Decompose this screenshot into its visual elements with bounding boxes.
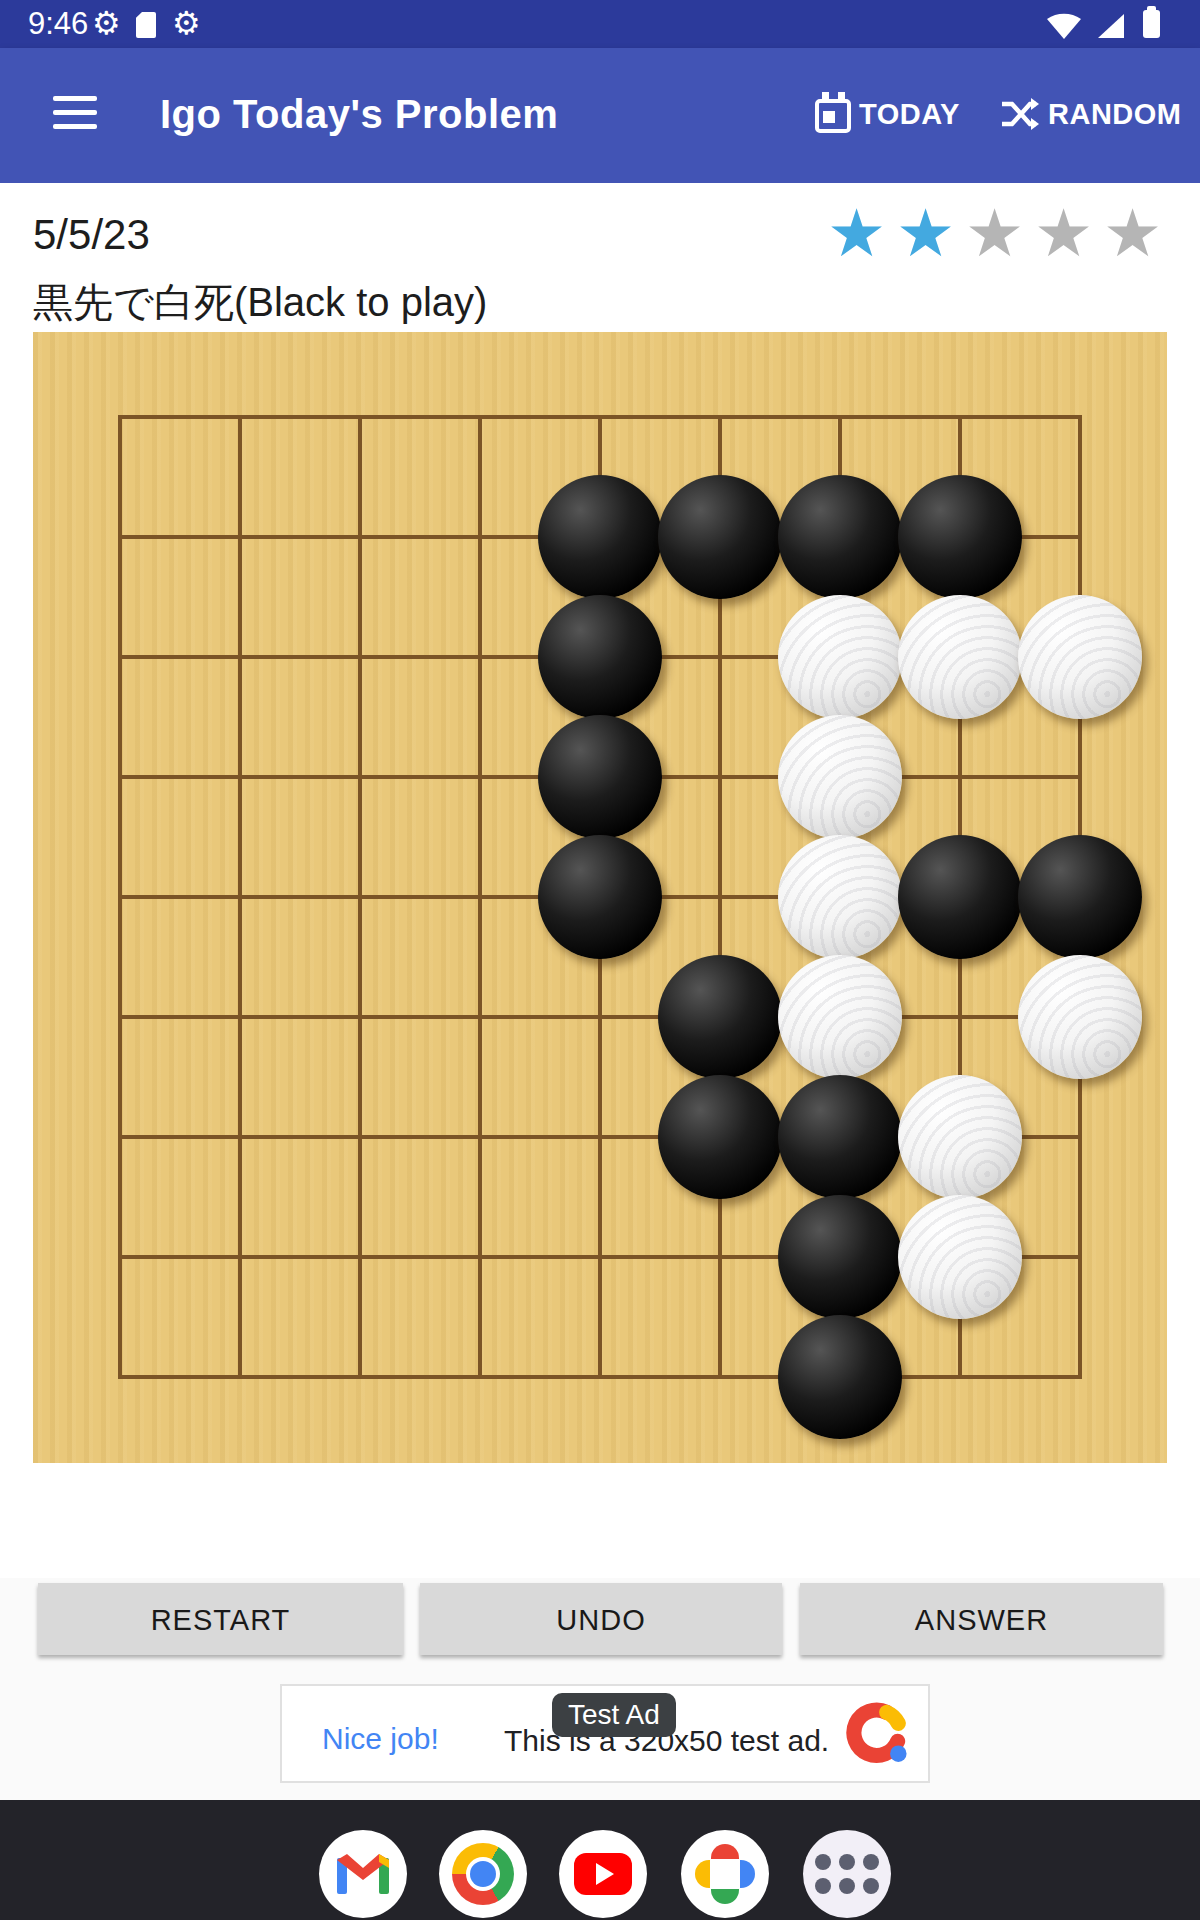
- black-stone[interactable]: [658, 475, 782, 599]
- star-icon: ★: [960, 197, 1029, 269]
- ad-link-text[interactable]: Nice job!: [322, 1722, 439, 1756]
- black-stone[interactable]: [538, 595, 662, 719]
- star-icon: ★: [1029, 197, 1098, 269]
- youtube-app-icon[interactable]: [559, 1830, 647, 1918]
- white-stone[interactable]: [778, 835, 902, 959]
- calendar-icon: [815, 99, 851, 133]
- shuffle-icon: [1000, 95, 1040, 137]
- ad-banner[interactable]: Nice job! This is a 320x50 test ad. Test…: [280, 1684, 930, 1783]
- status-bar: 9:46 ⚙ ⚙: [0, 0, 1200, 48]
- difficulty-rating: ★★★★★: [822, 197, 1167, 269]
- white-stone[interactable]: [1018, 955, 1142, 1079]
- black-stone[interactable]: [898, 835, 1022, 959]
- content-panel: 5/5/23 ★★★★★ 黒先で白死(Black to play): [0, 183, 1200, 1578]
- star-icon: ★: [891, 197, 960, 269]
- answer-button[interactable]: ANSWER: [800, 1583, 1163, 1655]
- problem-date: 5/5/23: [33, 211, 150, 259]
- board-stones-layer: [33, 332, 1167, 1463]
- app-bar: Igo Today's Problem TODAY RANDOM: [0, 48, 1200, 183]
- page-title: Igo Today's Problem: [160, 92, 558, 137]
- white-stone[interactable]: [778, 955, 902, 1079]
- black-stone[interactable]: [658, 955, 782, 1079]
- black-stone[interactable]: [778, 1315, 902, 1439]
- black-stone[interactable]: [538, 835, 662, 959]
- wifi-icon: [1046, 12, 1082, 44]
- gmail-app-icon[interactable]: [319, 1830, 407, 1918]
- black-stone[interactable]: [778, 1075, 902, 1199]
- white-stone[interactable]: [898, 1195, 1022, 1319]
- menu-icon[interactable]: [53, 96, 97, 130]
- white-stone[interactable]: [1018, 595, 1142, 719]
- black-stone[interactable]: [538, 715, 662, 839]
- black-stone[interactable]: [658, 1075, 782, 1199]
- app-drawer-icon[interactable]: [803, 1830, 891, 1918]
- clock: 9:46: [28, 6, 88, 42]
- photos-app-icon[interactable]: [681, 1830, 769, 1918]
- black-stone[interactable]: [898, 475, 1022, 599]
- black-stone[interactable]: [778, 1195, 902, 1319]
- undo-button[interactable]: UNDO: [420, 1583, 782, 1655]
- test-ad-badge: Test Ad: [552, 1693, 676, 1737]
- white-stone[interactable]: [778, 715, 902, 839]
- battery-icon: [1143, 10, 1160, 38]
- white-stone[interactable]: [898, 595, 1022, 719]
- restart-button[interactable]: RESTART: [38, 1583, 403, 1655]
- star-icon: ★: [1098, 197, 1167, 269]
- black-stone[interactable]: [778, 475, 902, 599]
- problem-instruction: 黒先で白死(Black to play): [33, 275, 487, 330]
- today-button[interactable]: TODAY: [815, 88, 960, 140]
- star-icon: ★: [822, 197, 891, 269]
- go-board[interactable]: [33, 332, 1167, 1463]
- sd-card-icon: [136, 12, 156, 38]
- black-stone[interactable]: [1018, 835, 1142, 959]
- signal-icon: [1098, 14, 1124, 38]
- chrome-app-icon[interactable]: [439, 1830, 527, 1918]
- gear-icon: ⚙: [92, 7, 121, 39]
- admob-icon: [844, 1700, 910, 1766]
- white-stone[interactable]: [778, 595, 902, 719]
- random-button[interactable]: RANDOM: [1000, 88, 1182, 140]
- home-dock: [0, 1800, 1200, 1920]
- black-stone[interactable]: [538, 475, 662, 599]
- white-stone[interactable]: [898, 1075, 1022, 1199]
- gear-icon: ⚙: [172, 7, 201, 39]
- phone-screen: 9:46 ⚙ ⚙ Igo Today's Problem TODAY: [0, 0, 1200, 1920]
